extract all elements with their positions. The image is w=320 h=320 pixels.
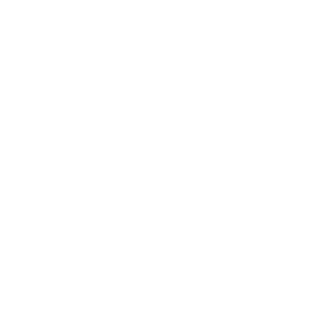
wooden-rack-render (0, 0, 320, 320)
